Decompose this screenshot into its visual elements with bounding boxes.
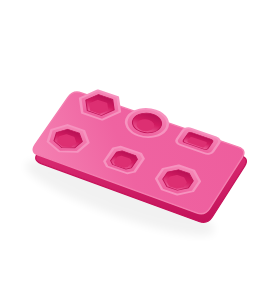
product-photo [0,0,270,300]
ice-cube-tray-image [0,0,270,300]
